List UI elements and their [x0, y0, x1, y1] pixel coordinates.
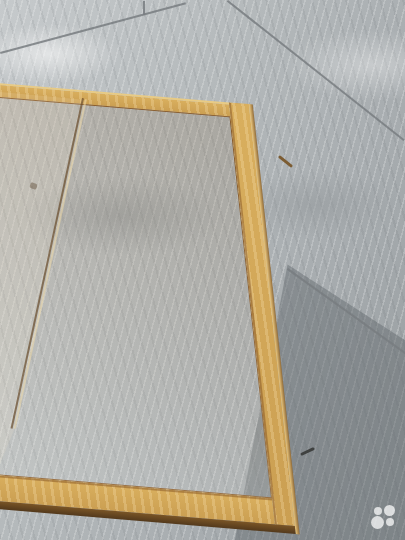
- chess-board: [0, 58, 300, 534]
- floor-plank-joint: [143, 1, 145, 15]
- avito-logo-icon: [371, 505, 396, 530]
- chess-listing-photo: [0, 0, 405, 540]
- avito-watermark: [371, 505, 401, 530]
